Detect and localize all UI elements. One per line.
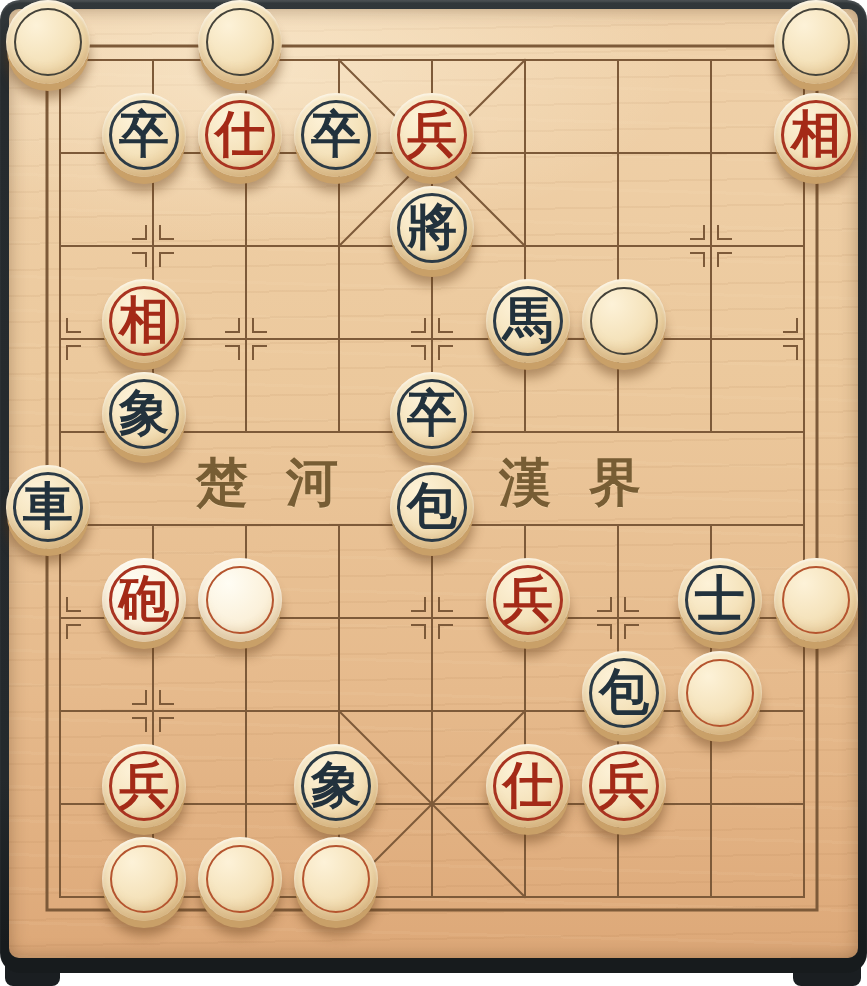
- piece-black-elephant[interactable]: 象: [102, 372, 186, 456]
- piece-character: 車: [6, 465, 90, 549]
- piece-ring: [206, 566, 274, 634]
- piece-red-hidden[interactable]: [678, 651, 762, 735]
- piece-ring: [206, 8, 274, 76]
- piece-black-soldier[interactable]: 卒: [390, 372, 474, 456]
- piece-character: 包: [390, 465, 474, 549]
- piece-ring: [302, 845, 370, 913]
- piece-ring: [206, 845, 274, 913]
- piece-character: 卒: [102, 93, 186, 177]
- piece-character: 兵: [486, 558, 570, 642]
- piece-character: 馬: [486, 279, 570, 363]
- piece-red-soldier[interactable]: 兵: [390, 93, 474, 177]
- piece-red-soldier[interactable]: 兵: [486, 558, 570, 642]
- piece-ring: [686, 659, 754, 727]
- piece-black-soldier[interactable]: 卒: [294, 93, 378, 177]
- piece-ring: [782, 566, 850, 634]
- piece-character: 兵: [390, 93, 474, 177]
- piece-ring: [782, 8, 850, 76]
- piece-black-chariot[interactable]: 車: [6, 465, 90, 549]
- piece-red-hidden[interactable]: [198, 558, 282, 642]
- piece-character: 砲: [102, 558, 186, 642]
- piece-black-soldier[interactable]: 卒: [102, 93, 186, 177]
- piece-ring: [590, 287, 658, 355]
- piece-red-advisor[interactable]: 仕: [198, 93, 282, 177]
- piece-black-hidden[interactable]: [774, 0, 858, 84]
- xiangqi-app: 楚河 漢界 卒仕卒兵相將相馬象卒車包砲兵士包兵象仕兵: [0, 0, 867, 986]
- piece-red-soldier[interactable]: 兵: [102, 744, 186, 828]
- piece-black-advisor[interactable]: 士: [678, 558, 762, 642]
- piece-character: 包: [582, 651, 666, 735]
- piece-red-advisor[interactable]: 仕: [486, 744, 570, 828]
- piece-character: 象: [294, 744, 378, 828]
- piece-black-cannon[interactable]: 包: [390, 465, 474, 549]
- piece-black-horse[interactable]: 馬: [486, 279, 570, 363]
- piece-character: 仕: [486, 744, 570, 828]
- piece-black-elephant[interactable]: 象: [294, 744, 378, 828]
- piece-character: 士: [678, 558, 762, 642]
- piece-black-cannon[interactable]: 包: [582, 651, 666, 735]
- piece-red-elephant[interactable]: 相: [102, 279, 186, 363]
- piece-black-general[interactable]: 將: [390, 186, 474, 270]
- piece-red-hidden[interactable]: [774, 558, 858, 642]
- piece-character: 象: [102, 372, 186, 456]
- piece-red-hidden[interactable]: [294, 837, 378, 921]
- piece-black-hidden[interactable]: [582, 279, 666, 363]
- piece-character: 將: [390, 186, 474, 270]
- piece-character: 卒: [390, 372, 474, 456]
- piece-character: 相: [774, 93, 858, 177]
- piece-black-hidden[interactable]: [198, 0, 282, 84]
- piece-red-cannon[interactable]: 砲: [102, 558, 186, 642]
- board-surface[interactable]: 楚河 漢界 卒仕卒兵相將相馬象卒車包砲兵士包兵象仕兵: [9, 9, 858, 958]
- piece-red-soldier[interactable]: 兵: [582, 744, 666, 828]
- piece-red-hidden[interactable]: [102, 837, 186, 921]
- piece-character: 相: [102, 279, 186, 363]
- piece-black-hidden[interactable]: [6, 0, 90, 84]
- piece-character: 兵: [102, 744, 186, 828]
- piece-character: 仕: [198, 93, 282, 177]
- piece-ring: [110, 845, 178, 913]
- piece-character: 卒: [294, 93, 378, 177]
- piece-character: 兵: [582, 744, 666, 828]
- pieces-layer: 卒仕卒兵相將相馬象卒車包砲兵士包兵象仕兵: [0, 0, 867, 986]
- piece-red-elephant[interactable]: 相: [774, 93, 858, 177]
- piece-ring: [14, 8, 82, 76]
- piece-red-hidden[interactable]: [198, 837, 282, 921]
